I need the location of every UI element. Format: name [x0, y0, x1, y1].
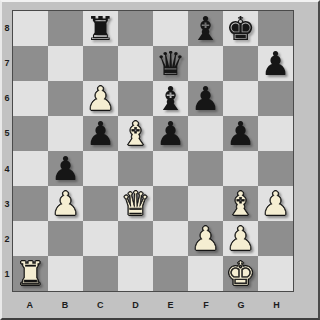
square-g6[interactable]: [223, 81, 258, 116]
square-h1[interactable]: [258, 256, 293, 291]
square-e2[interactable]: [153, 221, 188, 256]
square-g8[interactable]: ♚: [223, 11, 258, 46]
square-b1[interactable]: [48, 256, 83, 291]
piece-white-bishop[interactable]: ♝: [226, 187, 256, 220]
square-f2[interactable]: ♟: [188, 221, 223, 256]
rank-labels: 87654321: [2, 10, 12, 292]
piece-white-king[interactable]: ♚: [226, 257, 256, 290]
piece-white-bishop[interactable]: ♝: [121, 117, 151, 150]
rank-label-2: 2: [2, 222, 12, 257]
file-label-d: D: [118, 297, 153, 313]
square-b2[interactable]: [48, 221, 83, 256]
square-b5[interactable]: [48, 116, 83, 151]
rank-label-1: 1: [2, 257, 12, 292]
square-e5[interactable]: ♟: [153, 116, 188, 151]
square-g5[interactable]: ♟: [223, 116, 258, 151]
square-d6[interactable]: [118, 81, 153, 116]
piece-black-pawn[interactable]: ♟: [226, 117, 256, 150]
square-g1[interactable]: ♚: [223, 256, 258, 291]
piece-black-bishop[interactable]: ♝: [156, 82, 186, 115]
square-h4[interactable]: [258, 151, 293, 186]
piece-black-queen[interactable]: ♛: [156, 47, 186, 80]
square-e8[interactable]: [153, 11, 188, 46]
square-a7[interactable]: [13, 46, 48, 81]
square-f4[interactable]: [188, 151, 223, 186]
square-c2[interactable]: [83, 221, 118, 256]
square-b7[interactable]: [48, 46, 83, 81]
square-e6[interactable]: ♝: [153, 81, 188, 116]
rank-label-3: 3: [2, 186, 12, 221]
square-h8[interactable]: [258, 11, 293, 46]
square-c3[interactable]: [83, 186, 118, 221]
piece-black-king[interactable]: ♚: [226, 12, 256, 45]
square-e3[interactable]: [153, 186, 188, 221]
piece-white-queen[interactable]: ♛: [121, 187, 151, 220]
board-frame: 87654321 ♜♝♚♛♟♟♝♟♟♝♟♟♟♟♛♝♟♟♟♜♚ ABCDEFGH: [0, 0, 320, 320]
square-h5[interactable]: [258, 116, 293, 151]
square-f5[interactable]: [188, 116, 223, 151]
square-h3[interactable]: ♟: [258, 186, 293, 221]
piece-black-pawn[interactable]: ♟: [156, 117, 186, 150]
file-label-f: F: [188, 297, 223, 313]
square-a6[interactable]: [13, 81, 48, 116]
square-b4[interactable]: ♟: [48, 151, 83, 186]
square-d8[interactable]: [118, 11, 153, 46]
square-f1[interactable]: [188, 256, 223, 291]
piece-black-pawn[interactable]: ♟: [191, 82, 221, 115]
file-label-a: A: [12, 297, 47, 313]
square-d4[interactable]: [118, 151, 153, 186]
square-c8[interactable]: ♜: [83, 11, 118, 46]
square-c6[interactable]: ♟: [83, 81, 118, 116]
piece-black-rook[interactable]: ♜: [86, 12, 116, 45]
square-g7[interactable]: [223, 46, 258, 81]
square-c5[interactable]: ♟: [83, 116, 118, 151]
square-b3[interactable]: ♟: [48, 186, 83, 221]
square-c7[interactable]: [83, 46, 118, 81]
piece-white-pawn[interactable]: ♟: [86, 82, 116, 115]
square-f3[interactable]: [188, 186, 223, 221]
rank-label-4: 4: [2, 151, 12, 186]
square-d5[interactable]: ♝: [118, 116, 153, 151]
piece-white-pawn[interactable]: ♟: [226, 222, 256, 255]
chess-board[interactable]: ♜♝♚♛♟♟♝♟♟♝♟♟♟♟♛♝♟♟♟♜♚: [12, 10, 294, 292]
square-f6[interactable]: ♟: [188, 81, 223, 116]
square-g4[interactable]: [223, 151, 258, 186]
square-e4[interactable]: [153, 151, 188, 186]
square-b6[interactable]: [48, 81, 83, 116]
square-e1[interactable]: [153, 256, 188, 291]
piece-black-pawn[interactable]: ♟: [261, 47, 291, 80]
file-labels: ABCDEFGH: [12, 297, 294, 313]
file-label-e: E: [153, 297, 188, 313]
square-a5[interactable]: [13, 116, 48, 151]
square-a8[interactable]: [13, 11, 48, 46]
square-f8[interactable]: ♝: [188, 11, 223, 46]
square-b8[interactable]: [48, 11, 83, 46]
square-h6[interactable]: [258, 81, 293, 116]
square-f7[interactable]: [188, 46, 223, 81]
file-label-b: B: [47, 297, 82, 313]
piece-white-rook[interactable]: ♜: [16, 257, 46, 290]
square-d1[interactable]: [118, 256, 153, 291]
rank-label-6: 6: [2, 81, 12, 116]
square-a4[interactable]: [13, 151, 48, 186]
piece-black-pawn[interactable]: ♟: [86, 117, 116, 150]
square-h7[interactable]: ♟: [258, 46, 293, 81]
square-d3[interactable]: ♛: [118, 186, 153, 221]
piece-white-pawn[interactable]: ♟: [51, 187, 81, 220]
file-label-h: H: [259, 297, 294, 313]
square-g3[interactable]: ♝: [223, 186, 258, 221]
square-d2[interactable]: [118, 221, 153, 256]
piece-white-pawn[interactable]: ♟: [191, 222, 221, 255]
square-g2[interactable]: ♟: [223, 221, 258, 256]
square-a2[interactable]: [13, 221, 48, 256]
square-h2[interactable]: [258, 221, 293, 256]
rank-label-7: 7: [2, 45, 12, 80]
square-c4[interactable]: [83, 151, 118, 186]
file-label-g: G: [224, 297, 259, 313]
file-label-c: C: [83, 297, 118, 313]
piece-black-pawn[interactable]: ♟: [51, 152, 81, 185]
rank-label-8: 8: [2, 10, 12, 45]
piece-white-pawn[interactable]: ♟: [261, 187, 291, 220]
square-c1[interactable]: [83, 256, 118, 291]
rank-label-5: 5: [2, 116, 12, 151]
square-d7[interactable]: [118, 46, 153, 81]
piece-black-bishop[interactable]: ♝: [191, 12, 221, 45]
square-e7[interactable]: ♛: [153, 46, 188, 81]
square-a3[interactable]: [13, 186, 48, 221]
square-a1[interactable]: ♜: [13, 256, 48, 291]
